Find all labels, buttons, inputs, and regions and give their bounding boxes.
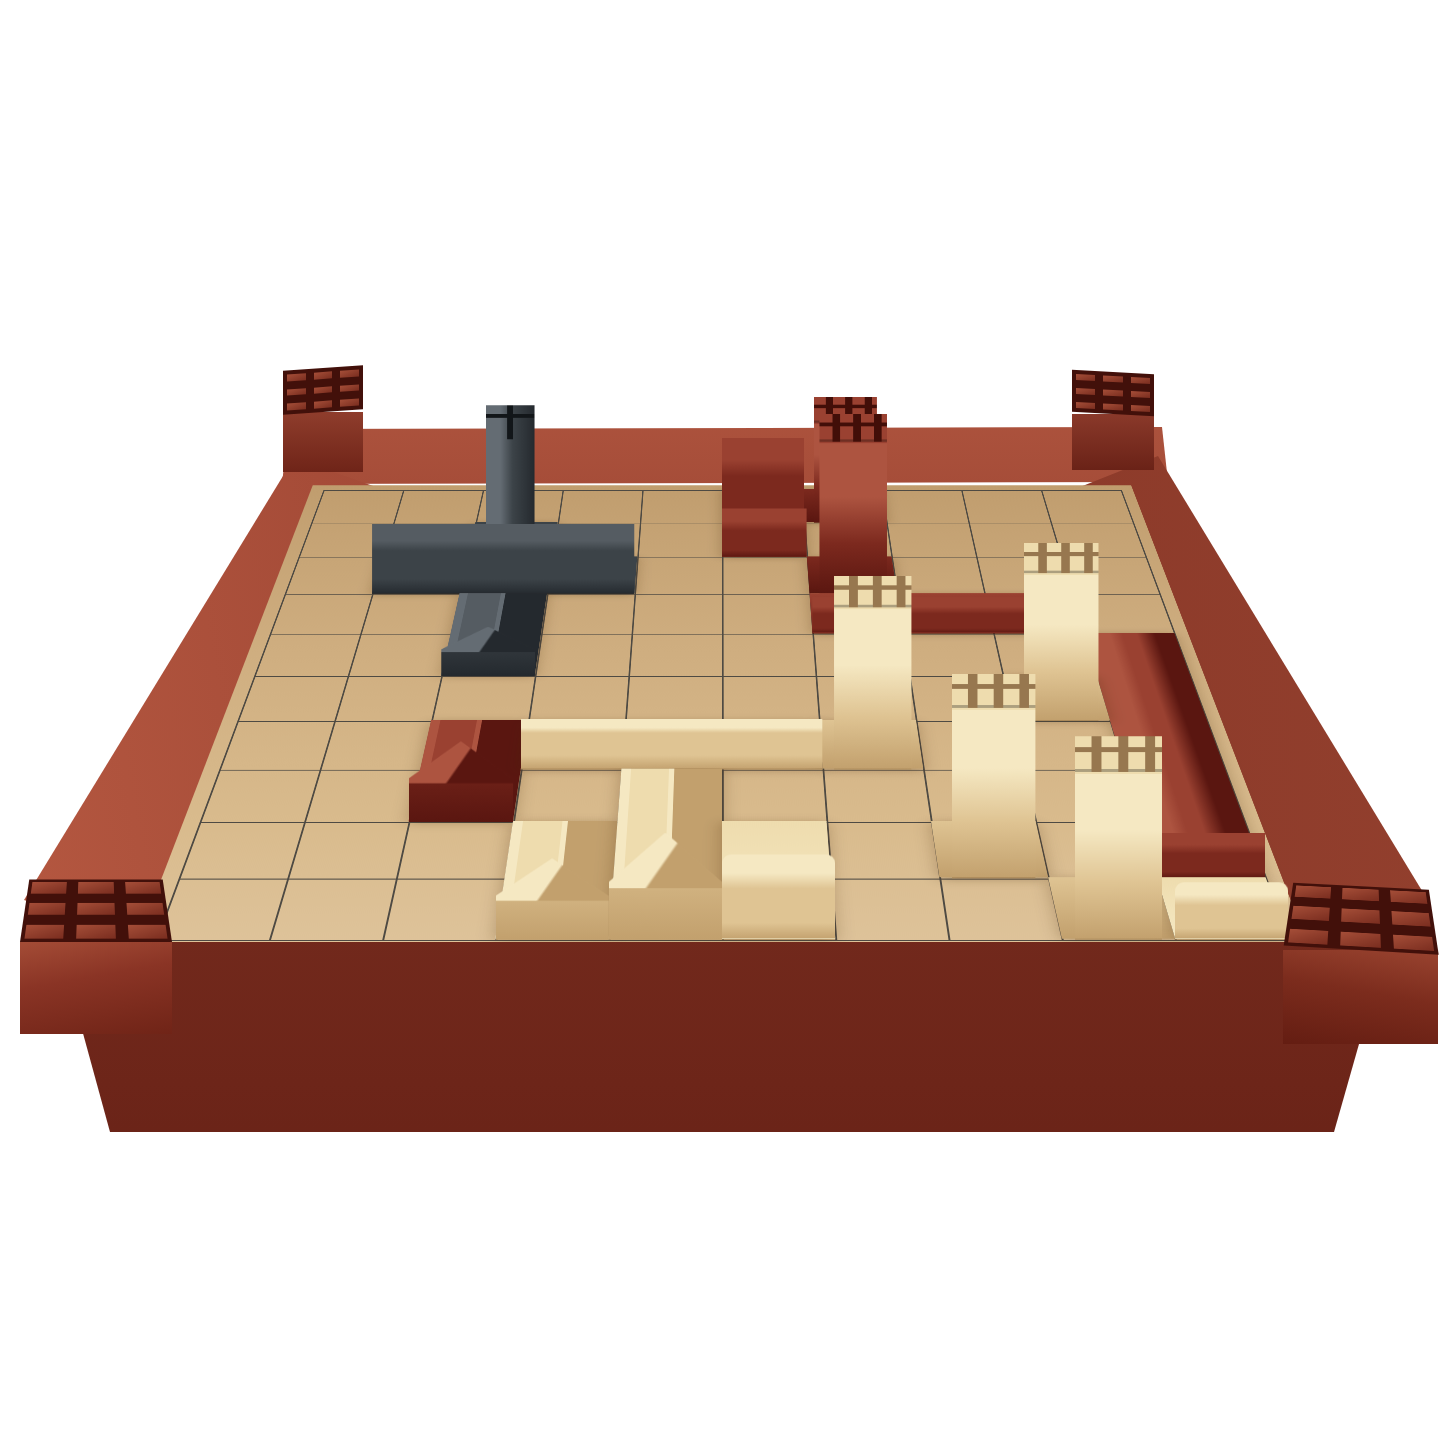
game-board bbox=[134, 485, 1310, 950]
pieces-layer bbox=[134, 485, 1310, 950]
corner-turret-top-left bbox=[283, 368, 363, 470]
red-tower-front[interactable] bbox=[819, 414, 887, 594]
turret-body bbox=[1283, 950, 1438, 1044]
red-step-blocks-part2[interactable] bbox=[722, 508, 807, 557]
turret-body bbox=[20, 942, 172, 1034]
turret-body bbox=[1072, 414, 1154, 470]
light-tower-4[interactable] bbox=[1075, 736, 1162, 940]
corner-turret-bottom-left bbox=[20, 858, 172, 1032]
cathedral-transept[interactable] bbox=[372, 524, 634, 595]
light-tower-1[interactable] bbox=[834, 576, 912, 770]
red-wall-beam[interactable] bbox=[1157, 833, 1266, 879]
light-corner-block[interactable] bbox=[1175, 882, 1288, 940]
battlement-icon bbox=[283, 365, 363, 415]
light-flat-block[interactable] bbox=[722, 854, 835, 939]
turret-body bbox=[283, 412, 363, 472]
cathedral-game-photo: Cathedral wooden strategy board game — m… bbox=[0, 0, 1445, 1445]
light-bridge[interactable] bbox=[521, 719, 823, 770]
battlement-icon bbox=[1072, 370, 1154, 416]
battlement-icon bbox=[1284, 883, 1439, 955]
light-tower-3[interactable] bbox=[952, 674, 1036, 879]
corner-turret-bottom-right bbox=[1283, 864, 1438, 1042]
battlement-icon bbox=[20, 879, 172, 942]
corner-turret-top-right bbox=[1072, 372, 1154, 468]
